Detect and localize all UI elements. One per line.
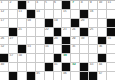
grid-cell[interactable]: 18 <box>27 19 35 27</box>
grid-cell[interactable]: 41 <box>54 63 62 71</box>
grid-cell[interactable] <box>27 63 35 71</box>
clue-number: 47 <box>99 72 102 76</box>
grid-cell[interactable] <box>36 45 44 53</box>
grid-cell[interactable]: 11 <box>107 1 115 9</box>
grid-cell[interactable]: 20 <box>80 19 88 27</box>
grid-cell[interactable] <box>98 10 106 18</box>
grid-cell[interactable]: 15 <box>62 10 70 18</box>
grid-cell[interactable]: 19 <box>54 19 62 27</box>
clue-number: 1 <box>1 1 3 5</box>
grid-cell[interactable]: 35 <box>71 45 79 53</box>
clue-number: 45 <box>36 72 39 76</box>
grid-cell[interactable] <box>9 10 17 18</box>
clue-number: 10 <box>99 1 102 5</box>
grid-cell[interactable]: 9 <box>89 1 97 9</box>
grid-cell[interactable]: 31 <box>107 37 115 45</box>
clue-number: 16 <box>90 10 93 14</box>
grid-cell[interactable] <box>54 45 62 53</box>
clue-number: 40 <box>1 63 4 67</box>
black-cell <box>54 28 62 36</box>
clue-number: 27 <box>9 37 12 41</box>
grid-cell[interactable] <box>107 54 115 62</box>
black-cell <box>27 10 35 18</box>
grid-cell[interactable]: 14 <box>36 10 44 18</box>
grid-cell[interactable]: 6 <box>54 1 62 9</box>
grid-cell[interactable] <box>71 10 79 18</box>
grid-cell[interactable] <box>98 28 106 36</box>
black-cell <box>98 54 106 62</box>
grid-cell[interactable]: 8 <box>80 1 88 9</box>
grid-cell[interactable]: 3 <box>27 1 35 9</box>
grid-cell[interactable]: 26 <box>0 37 8 45</box>
clue-number: 43 <box>90 63 93 67</box>
grid-cell[interactable]: 38 <box>18 54 26 62</box>
black-cell <box>45 37 53 45</box>
grid-cell[interactable] <box>54 10 62 18</box>
clue-number: 18 <box>27 19 30 23</box>
grid-cell[interactable]: 34 <box>45 45 53 53</box>
clue-number: 14 <box>36 10 39 14</box>
black-cell <box>80 28 88 36</box>
grid-cell[interactable] <box>107 63 115 71</box>
clue-number: 26 <box>1 37 4 41</box>
black-cell <box>62 37 70 45</box>
grid-cell[interactable] <box>71 54 79 62</box>
black-cell <box>62 63 70 71</box>
clue-number: 11 <box>108 1 111 5</box>
clue-number: 46 <box>63 72 66 76</box>
clue-number: 20 <box>81 19 84 23</box>
grid-cell[interactable] <box>18 72 26 80</box>
grid-cell[interactable]: 28 <box>54 37 62 45</box>
grid-cell[interactable] <box>107 45 115 53</box>
grid-cell[interactable] <box>9 19 17 27</box>
clue-number: 25 <box>90 28 93 32</box>
grid-cell[interactable]: 21 <box>18 28 26 36</box>
grid-cell[interactable]: 12 <box>0 10 8 18</box>
grid-cell[interactable]: 27 <box>9 37 17 45</box>
clue-number-highlighted: 7 <box>72 1 74 5</box>
black-cell <box>80 63 88 71</box>
black-cell <box>0 54 8 62</box>
grid-cell[interactable]: 40 <box>0 63 8 71</box>
clue-number: 9 <box>90 1 92 5</box>
clue-number: 35 <box>72 45 75 49</box>
black-cell <box>107 28 115 36</box>
grid-cell[interactable] <box>45 54 53 62</box>
grid-cell[interactable]: 25 <box>89 28 97 36</box>
grid-cell[interactable]: 23 <box>62 28 70 36</box>
black-cell <box>9 28 17 36</box>
clue-number: 44 <box>99 63 102 67</box>
black-cell <box>9 72 17 80</box>
clue-number: 12 <box>1 10 4 14</box>
grid-cell[interactable] <box>36 54 44 62</box>
black-cell <box>18 45 26 53</box>
clue-number: 29 <box>72 37 75 41</box>
grid-cell[interactable]: 45 <box>36 72 44 80</box>
clue-number: 24 <box>72 28 75 32</box>
clue-number: 2 <box>9 1 11 5</box>
grid-cell[interactable] <box>18 19 26 27</box>
crossword-grid: 1234567891011121314151617181920212223242… <box>0 0 115 80</box>
grid-cell[interactable] <box>89 19 97 27</box>
black-cell <box>45 19 53 27</box>
black-cell <box>45 63 53 71</box>
grid-cell[interactable] <box>36 28 44 36</box>
clue-number: 28 <box>54 37 57 41</box>
grid-cell[interactable]: 30 <box>80 37 88 45</box>
grid-cell[interactable] <box>89 45 97 53</box>
grid-cell[interactable] <box>36 37 44 45</box>
clue-number: 6 <box>54 1 56 5</box>
grid-cell[interactable] <box>0 28 8 36</box>
black-cell <box>80 72 88 80</box>
grid-cell[interactable]: 39 <box>62 54 70 62</box>
grid-cell[interactable]: 10 <box>98 1 106 9</box>
black-cell <box>89 72 97 80</box>
clue-number: 23 <box>63 28 66 32</box>
grid-cell[interactable] <box>89 54 97 62</box>
black-cell <box>107 19 115 27</box>
grid-cell[interactable]: 33 <box>27 45 35 53</box>
clue-number: 3 <box>27 1 29 5</box>
grid-cell[interactable]: 17 <box>0 19 8 27</box>
clue-number: 17 <box>1 19 4 23</box>
grid-cell[interactable] <box>89 37 97 45</box>
clue-number-highlighted: 39 <box>63 54 67 58</box>
grid-cell[interactable]: 5 <box>45 1 53 9</box>
clue-number: 30 <box>81 37 84 41</box>
clue-number: 41 <box>54 63 57 67</box>
grid-cell[interactable]: 4 <box>36 1 44 9</box>
clue-number: 37 <box>9 54 12 58</box>
grid-cell[interactable] <box>36 63 44 71</box>
clue-number: 4 <box>36 1 38 5</box>
grid-cell[interactable]: 22 <box>45 28 53 36</box>
grid-cell[interactable] <box>98 19 106 27</box>
grid-cell[interactable] <box>80 45 88 53</box>
grid-cell[interactable]: 13 <box>18 10 26 18</box>
clue-number: 38 <box>18 54 21 58</box>
grid-cell[interactable]: 7 <box>71 1 79 9</box>
black-cell <box>98 37 106 45</box>
grid-cell[interactable] <box>107 10 115 18</box>
grid-cell[interactable] <box>54 72 62 80</box>
black-cell <box>54 54 62 62</box>
grid-cell[interactable] <box>36 19 44 27</box>
grid-cell[interactable]: 1 <box>0 1 8 9</box>
clue-number: 33 <box>27 45 30 49</box>
grid-cell[interactable]: 36 <box>98 45 106 53</box>
black-cell <box>80 10 88 18</box>
grid-cell[interactable] <box>9 63 17 71</box>
clue-number: 22 <box>45 28 48 32</box>
clue-number: 21 <box>18 28 21 32</box>
grid-cell[interactable] <box>62 19 70 27</box>
clue-number: 34 <box>45 45 48 49</box>
grid-cell[interactable]: 24 <box>71 28 79 36</box>
grid-cell[interactable] <box>18 63 26 71</box>
clue-number-highlighted: 42 <box>72 63 76 67</box>
grid-cell[interactable]: 44 <box>98 63 106 71</box>
grid-cell[interactable] <box>80 54 88 62</box>
grid-cell[interactable]: 43 <box>89 63 97 71</box>
clue-number: 36 <box>99 45 102 49</box>
grid-cell[interactable]: 46 <box>62 72 70 80</box>
grid-cell[interactable]: 2 <box>9 1 17 9</box>
grid-cell[interactable] <box>45 72 53 80</box>
grid-cell[interactable] <box>18 37 26 45</box>
clue-number: 31 <box>108 37 111 41</box>
grid-cell[interactable] <box>9 45 17 53</box>
black-cell <box>18 1 26 9</box>
grid-cell[interactable]: 16 <box>89 10 97 18</box>
clue-number: 19 <box>54 19 57 23</box>
clue-number: 32 <box>1 45 4 49</box>
clue-number: 15 <box>63 10 66 14</box>
grid-cell[interactable] <box>107 72 115 80</box>
clue-number: 5 <box>45 1 47 5</box>
grid-cell[interactable] <box>27 54 35 62</box>
grid-cell[interactable] <box>27 28 35 36</box>
grid-cell[interactable] <box>0 72 8 80</box>
black-cell <box>62 45 70 53</box>
clue-number: 13 <box>18 10 21 14</box>
grid-cell[interactable]: 42 <box>71 63 79 71</box>
grid-cell[interactable] <box>45 10 53 18</box>
grid-cell[interactable] <box>71 72 79 80</box>
black-cell <box>71 19 79 27</box>
grid-cell[interactable]: 29 <box>71 37 79 45</box>
grid-cell[interactable]: 32 <box>0 45 8 53</box>
grid-cell[interactable]: 47 <box>98 72 106 80</box>
grid-cell[interactable] <box>27 37 35 45</box>
grid-cell[interactable]: 37 <box>9 54 17 62</box>
black-cell <box>27 72 35 80</box>
clue-number: 8 <box>81 1 83 5</box>
black-cell <box>62 1 70 9</box>
